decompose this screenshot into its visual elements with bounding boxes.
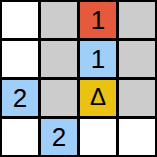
cell-r2c2[interactable] (41, 41, 77, 77)
cell-r4c4[interactable] (119, 119, 155, 155)
cell-r1c3[interactable]: 1 (80, 2, 116, 38)
puzzle-board: 112Δ2 (0, 0, 157, 157)
cell-r2c3[interactable]: 1 (80, 41, 116, 77)
cell-r4c1[interactable] (2, 119, 38, 155)
cell-r1c4[interactable] (119, 2, 155, 38)
cell-r3c1[interactable]: 2 (2, 80, 38, 116)
cell-r4c2[interactable]: 2 (41, 119, 77, 155)
cell-r1c1[interactable] (2, 2, 38, 38)
cell-r3c3-triangle-icon[interactable]: Δ (80, 80, 116, 116)
cell-r4c3[interactable] (80, 119, 116, 155)
cell-r2c4[interactable] (119, 41, 155, 77)
cell-r3c2[interactable] (41, 80, 77, 116)
cell-r2c1[interactable] (2, 41, 38, 77)
cell-r1c2[interactable] (41, 2, 77, 38)
cell-r3c4[interactable] (119, 80, 155, 116)
